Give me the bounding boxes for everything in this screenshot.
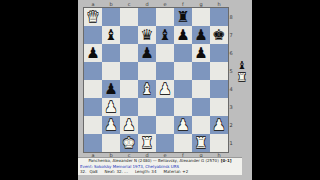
square-a5[interactable] [84,62,102,80]
square-d1[interactable]: ♜ [138,134,156,152]
move-number: 32. [80,169,86,175]
players-line: Panchenko, Alexander N (2480) — Beliavsk… [78,158,242,164]
square-g6[interactable]: ♟ [192,44,210,62]
piece-white-king-c1: ♚ [122,134,135,152]
rank-label-3: 3 [228,98,234,116]
square-e6[interactable] [156,44,174,62]
piece-black-king-h7: ♚ [212,26,225,44]
square-e3[interactable] [156,98,174,116]
square-c8[interactable] [120,8,138,26]
file-labels-top: abcdefgh [84,1,228,7]
square-a1[interactable] [84,134,102,152]
letterbox-left [0,0,78,180]
square-a8[interactable]: ♛ [84,8,102,26]
square-e5[interactable] [156,62,174,80]
rank-label-2: 2 [228,116,234,134]
piece-white-pawn-b3: ♟ [104,98,117,116]
square-b6[interactable] [102,44,120,62]
square-h3[interactable] [210,98,228,116]
square-g7[interactable]: ♟ [192,26,210,44]
square-f5[interactable] [174,62,192,80]
square-h2[interactable]: ♟ [210,116,228,134]
file-label-top-a: a [84,1,102,7]
square-g4[interactable] [192,80,210,98]
current-move: Qa8 [89,169,97,175]
piece-black-pawn-a6: ♟ [86,44,99,62]
square-h5[interactable] [210,62,228,80]
square-d6[interactable]: ♟ [138,44,156,62]
rank-label-6: 6 [228,44,234,62]
piece-white-pawn-h2: ♟ [212,116,225,134]
square-d7[interactable]: ♛ [138,26,156,44]
square-f1[interactable] [174,134,192,152]
piece-black-queen-d7: ♛ [140,26,153,44]
square-g8[interactable] [192,8,210,26]
piece-white-pawn-f2: ♟ [176,116,189,134]
piece-black-pawn-f7: ♟ [176,26,189,44]
rank-labels-right: 87654321 [228,8,234,152]
square-f4[interactable] [174,80,192,98]
square-f3[interactable] [174,98,192,116]
square-b3[interactable]: ♟ [102,98,120,116]
piece-white-pawn-b2: ♟ [104,116,117,134]
square-d5[interactable] [138,62,156,80]
file-label-top-e: e [156,1,174,7]
square-b7[interactable]: ♝ [102,26,120,44]
square-g2[interactable] [192,116,210,134]
next-move: Next: 32. ... [105,169,128,175]
square-b4[interactable]: ♟ [102,80,120,98]
square-e7[interactable]: ♝ [156,26,174,44]
square-c1[interactable]: ♚ [120,134,138,152]
square-f7[interactable]: ♟ [174,26,192,44]
square-g5[interactable] [192,62,210,80]
piece-white-pawn-e4: ♟ [158,80,171,98]
piece-white-rook-d1: ♜ [140,134,153,152]
file-label-top-b: b [102,1,120,7]
square-e1[interactable] [156,134,174,152]
piece-white-bishop-d4: ♝ [140,80,153,98]
square-h7[interactable]: ♚ [210,26,228,44]
piece-black-pawn-d6: ♟ [140,44,153,62]
piece-black-pawn-b4: ♟ [104,80,117,98]
square-c2[interactable]: ♟ [120,116,138,134]
piece-white-queen-a8: ♛ [86,8,99,26]
material-balance: Material: +2 [163,169,188,175]
square-b8[interactable] [102,8,120,26]
file-label-top-f: f [174,1,192,7]
square-c6[interactable] [120,44,138,62]
square-g3[interactable] [192,98,210,116]
square-c3[interactable] [120,98,138,116]
chess-app-frame: abcdefgh ♛♜♝♛♝♟♟♚♟♟♟♟♝♟♟♟♟♟♟♚♜♜ abcdefgh… [78,0,252,180]
file-label-top-c: c [120,1,138,7]
square-b1[interactable] [102,134,120,152]
piece-white-pawn-c2: ♟ [122,116,135,134]
file-label-top-d: d [138,1,156,7]
square-c4[interactable] [120,80,138,98]
square-a2[interactable] [84,116,102,134]
square-a6[interactable]: ♟ [84,44,102,62]
rank-label-5: 5 [228,62,234,80]
square-h4[interactable] [210,80,228,98]
square-e4[interactable]: ♟ [156,80,174,98]
info-panel: Panchenko, Alexander N (2480) — Beliavsk… [78,157,242,175]
file-label-top-g: g [192,1,210,7]
game-length: Length: 34 [135,169,157,175]
square-c7[interactable] [120,26,138,44]
square-h6[interactable] [210,44,228,62]
square-b5[interactable] [102,62,120,80]
material-white-rook: ♜ [237,72,247,84]
file-label-top-h: h [210,1,228,7]
square-d4[interactable]: ♝ [138,80,156,98]
square-c5[interactable] [120,62,138,80]
piece-black-bishop-b7: ♝ [104,26,117,44]
square-h1[interactable] [210,134,228,152]
piece-black-rook-f8: ♜ [176,8,189,26]
square-f2[interactable]: ♟ [174,116,192,134]
players-names: Panchenko, Alexander N (2480) — Beliavsk… [88,158,218,163]
square-f8[interactable]: ♜ [174,8,192,26]
chess-board: ♛♜♝♛♝♟♟♚♟♟♟♟♝♟♟♟♟♟♟♚♜♜ [84,8,228,152]
square-d2[interactable] [138,116,156,134]
move-status-line: 32. Qa8 Next: 32. ... Length: 34 Materia… [78,169,242,175]
square-f6[interactable] [174,44,192,62]
square-a7[interactable] [84,26,102,44]
piece-black-pawn-g7: ♟ [194,26,207,44]
square-d8[interactable] [138,8,156,26]
square-h8[interactable] [210,8,228,26]
square-d3[interactable] [138,98,156,116]
rank-label-1: 1 [228,134,234,152]
piece-black-pawn-g6: ♟ [194,44,207,62]
piece-black-bishop-e7: ♝ [158,26,171,44]
square-e8[interactable] [156,8,174,26]
rank-label-4: 4 [228,80,234,98]
square-b2[interactable]: ♟ [102,116,120,134]
piece-white-rook-g1: ♜ [194,134,207,152]
letterbox-right [252,0,320,180]
square-g1[interactable]: ♜ [192,134,210,152]
material-tray: ♝♜ [235,60,249,84]
rank-label-7: 7 [228,26,234,44]
square-a3[interactable] [84,98,102,116]
game-result: [0-1] [221,158,232,163]
square-a4[interactable] [84,80,102,98]
rank-label-8: 8 [228,8,234,26]
square-e2[interactable] [156,116,174,134]
